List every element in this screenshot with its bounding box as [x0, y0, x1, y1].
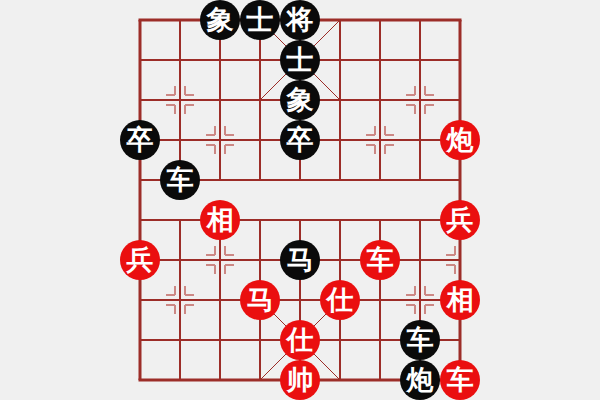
red-cannon[interactable]: 炮 — [440, 120, 480, 160]
red-chariot[interactable]: 车 — [360, 240, 400, 280]
black-elephant[interactable]: 象 — [280, 80, 320, 120]
red-advisor[interactable]: 仕 — [320, 280, 360, 320]
black-chariot[interactable]: 车 — [400, 320, 440, 360]
black-soldier[interactable]: 卒 — [120, 120, 160, 160]
red-horse[interactable]: 马 — [240, 280, 280, 320]
red-general[interactable]: 帅 — [280, 360, 320, 400]
red-elephant[interactable]: 相 — [200, 200, 240, 240]
xiangqi-app: 象士将士象卒卒炮车相兵兵马车马仕相仕车帅炮车 — [0, 0, 600, 400]
red-advisor[interactable]: 仕 — [280, 320, 320, 360]
black-general[interactable]: 将 — [280, 0, 320, 40]
black-cannon[interactable]: 炮 — [400, 360, 440, 400]
red-soldier[interactable]: 兵 — [120, 240, 160, 280]
red-chariot[interactable]: 车 — [440, 360, 480, 400]
black-chariot[interactable]: 车 — [160, 160, 200, 200]
black-advisor[interactable]: 士 — [240, 0, 280, 40]
xiangqi-board[interactable]: 象士将士象卒卒炮车相兵兵马车马仕相仕车帅炮车 — [120, 0, 480, 400]
black-advisor[interactable]: 士 — [280, 40, 320, 80]
black-elephant[interactable]: 象 — [200, 0, 240, 40]
red-elephant[interactable]: 相 — [440, 280, 480, 320]
black-soldier[interactable]: 卒 — [280, 120, 320, 160]
black-horse[interactable]: 马 — [280, 240, 320, 280]
red-soldier[interactable]: 兵 — [440, 200, 480, 240]
